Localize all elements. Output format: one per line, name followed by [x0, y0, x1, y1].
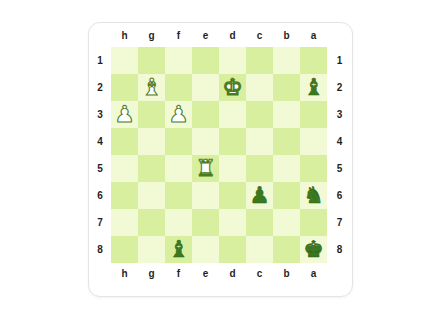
square-g2[interactable]: ♝ — [138, 74, 165, 101]
square-c1[interactable] — [246, 47, 273, 74]
square-h6[interactable] — [111, 182, 138, 209]
square-g7[interactable] — [138, 209, 165, 236]
square-h7[interactable] — [111, 209, 138, 236]
piece-black-king[interactable]: ♚ — [303, 236, 324, 263]
file-label-bottom-c: c — [246, 263, 273, 296]
square-b2[interactable] — [273, 74, 300, 101]
square-a4[interactable] — [300, 128, 327, 155]
square-a2[interactable]: ♝ — [300, 74, 327, 101]
piece-white-pawn[interactable]: ♟ — [168, 101, 189, 128]
file-label-bottom-e: e — [192, 263, 219, 296]
piece-black-bishop[interactable]: ♝ — [303, 74, 324, 101]
square-g1[interactable] — [138, 47, 165, 74]
square-h4[interactable] — [111, 128, 138, 155]
piece-white-bishop[interactable]: ♝ — [141, 74, 162, 101]
square-g8[interactable] — [138, 236, 165, 263]
square-h2[interactable] — [111, 74, 138, 101]
rank-label-right-5: 5 — [327, 155, 352, 182]
square-c3[interactable] — [246, 101, 273, 128]
square-b8[interactable] — [273, 236, 300, 263]
square-h8[interactable] — [111, 236, 138, 263]
chess-board: hgfedcba112♝♚♝23♟♟3445♜56♟♞6778♝♚8hgfedc… — [89, 23, 352, 296]
file-label-top-d: d — [219, 23, 246, 47]
square-c8[interactable] — [246, 236, 273, 263]
square-b3[interactable] — [273, 101, 300, 128]
square-f7[interactable] — [165, 209, 192, 236]
square-h5[interactable] — [111, 155, 138, 182]
square-a3[interactable] — [300, 101, 327, 128]
square-f8[interactable]: ♝ — [165, 236, 192, 263]
square-h1[interactable] — [111, 47, 138, 74]
square-c7[interactable] — [246, 209, 273, 236]
file-label-bottom-a: a — [300, 263, 327, 296]
square-a5[interactable] — [300, 155, 327, 182]
square-a8[interactable]: ♚ — [300, 236, 327, 263]
rank-label-left-2: 2 — [89, 74, 111, 101]
file-label-top-c: c — [246, 23, 273, 47]
piece-white-pawn[interactable]: ♟ — [114, 101, 135, 128]
rank-label-left-1: 1 — [89, 47, 111, 74]
square-e4[interactable] — [192, 128, 219, 155]
square-f4[interactable] — [165, 128, 192, 155]
rank-label-left-4: 4 — [89, 128, 111, 155]
rank-label-left-3: 3 — [89, 101, 111, 128]
square-e2[interactable] — [192, 74, 219, 101]
file-label-top-h: h — [111, 23, 138, 47]
square-d6[interactable] — [219, 182, 246, 209]
square-c4[interactable] — [246, 128, 273, 155]
square-f1[interactable] — [165, 47, 192, 74]
file-label-top-b: b — [273, 23, 300, 47]
corner-top-left — [89, 23, 111, 47]
file-label-top-e: e — [192, 23, 219, 47]
square-g3[interactable] — [138, 101, 165, 128]
square-g4[interactable] — [138, 128, 165, 155]
square-f2[interactable] — [165, 74, 192, 101]
square-e7[interactable] — [192, 209, 219, 236]
rank-label-right-7: 7 — [327, 209, 352, 236]
rank-label-right-3: 3 — [327, 101, 352, 128]
square-b1[interactable] — [273, 47, 300, 74]
rank-label-right-2: 2 — [327, 74, 352, 101]
square-c2[interactable] — [246, 74, 273, 101]
file-label-top-g: g — [138, 23, 165, 47]
square-b7[interactable] — [273, 209, 300, 236]
square-d8[interactable] — [219, 236, 246, 263]
square-d5[interactable] — [219, 155, 246, 182]
square-f3[interactable]: ♟ — [165, 101, 192, 128]
rank-label-right-6: 6 — [327, 182, 352, 209]
square-b5[interactable] — [273, 155, 300, 182]
corner-top-right — [327, 23, 352, 47]
square-d4[interactable] — [219, 128, 246, 155]
file-label-top-a: a — [300, 23, 327, 47]
square-f6[interactable] — [165, 182, 192, 209]
rank-label-left-7: 7 — [89, 209, 111, 236]
file-label-bottom-b: b — [273, 263, 300, 296]
square-g6[interactable] — [138, 182, 165, 209]
file-label-bottom-g: g — [138, 263, 165, 296]
piece-black-knight[interactable]: ♞ — [303, 182, 324, 209]
rank-label-right-4: 4 — [327, 128, 352, 155]
square-e1[interactable] — [192, 47, 219, 74]
square-e8[interactable] — [192, 236, 219, 263]
file-label-top-f: f — [165, 23, 192, 47]
square-g5[interactable] — [138, 155, 165, 182]
board-card: hgfedcba112♝♚♝23♟♟3445♜56♟♞6778♝♚8hgfedc… — [88, 22, 353, 297]
square-b4[interactable] — [273, 128, 300, 155]
corner-bottom-right — [327, 263, 352, 296]
square-e3[interactable] — [192, 101, 219, 128]
square-b6[interactable] — [273, 182, 300, 209]
rank-label-right-1: 1 — [327, 47, 352, 74]
piece-black-bishop[interactable]: ♝ — [168, 236, 189, 263]
square-a1[interactable] — [300, 47, 327, 74]
piece-black-pawn[interactable]: ♟ — [249, 182, 270, 209]
corner-bottom-left — [89, 263, 111, 296]
rank-label-left-8: 8 — [89, 236, 111, 263]
square-a6[interactable]: ♞ — [300, 182, 327, 209]
file-label-bottom-h: h — [111, 263, 138, 296]
file-label-bottom-d: d — [219, 263, 246, 296]
square-c5[interactable] — [246, 155, 273, 182]
square-d7[interactable] — [219, 209, 246, 236]
square-e6[interactable] — [192, 182, 219, 209]
rank-label-left-6: 6 — [89, 182, 111, 209]
square-d2[interactable]: ♚ — [219, 74, 246, 101]
piece-white-king[interactable]: ♚ — [222, 74, 243, 101]
file-label-bottom-f: f — [165, 263, 192, 296]
square-h3[interactable]: ♟ — [111, 101, 138, 128]
square-f5[interactable] — [165, 155, 192, 182]
rank-label-right-8: 8 — [327, 236, 352, 263]
rank-label-left-5: 5 — [89, 155, 111, 182]
square-a7[interactable] — [300, 209, 327, 236]
square-e5[interactable]: ♜ — [192, 155, 219, 182]
square-d1[interactable] — [219, 47, 246, 74]
square-d3[interactable] — [219, 101, 246, 128]
piece-white-rook[interactable]: ♜ — [195, 155, 216, 182]
square-c6[interactable]: ♟ — [246, 182, 273, 209]
